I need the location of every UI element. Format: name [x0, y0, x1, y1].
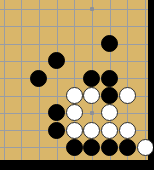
black-stone[interactable]: ●	[48, 52, 65, 69]
intersection[interactable]: ○	[101, 104, 119, 121]
intersection[interactable]	[118, 35, 136, 52]
intersection[interactable]: ○	[83, 121, 101, 138]
intersection[interactable]	[136, 87, 153, 104]
intersection[interactable]	[83, 104, 101, 121]
intersection[interactable]	[101, 18, 119, 35]
intersection[interactable]	[0, 18, 12, 35]
intersection[interactable]	[0, 121, 12, 138]
intersection[interactable]	[101, 0, 119, 17]
intersection[interactable]: ○	[136, 139, 153, 156]
intersection[interactable]	[136, 70, 153, 87]
intersection[interactable]	[136, 52, 153, 69]
intersection[interactable]	[65, 70, 83, 87]
black-stone[interactable]: ●	[101, 35, 118, 52]
white-stone[interactable]: ○	[83, 87, 100, 104]
screenshot-root: ●●●●●○○●○●○○●○○○○●●●●○	[0, 0, 153, 170]
intersection[interactable]	[0, 87, 12, 104]
intersection[interactable]	[48, 70, 66, 87]
intersection[interactable]	[118, 70, 136, 87]
intersection[interactable]	[118, 104, 136, 121]
intersection[interactable]	[0, 139, 12, 156]
black-stone[interactable]: ●	[101, 139, 118, 156]
intersection[interactable]	[12, 139, 30, 156]
black-stone[interactable]: ●	[119, 139, 136, 156]
white-stone[interactable]: ○	[66, 104, 83, 121]
intersection[interactable]	[65, 0, 83, 17]
intersection[interactable]	[0, 0, 12, 17]
intersection[interactable]: ○	[65, 87, 83, 104]
intersection[interactable]	[30, 139, 48, 156]
stones-grid: ●●●●●○○●○●○○●○○○○●●●●○	[0, 0, 153, 156]
intersection[interactable]: ○	[65, 104, 83, 121]
white-stone[interactable]: ○	[119, 87, 136, 104]
intersection[interactable]	[118, 0, 136, 17]
intersection[interactable]	[65, 52, 83, 69]
intersection[interactable]: ○	[83, 87, 101, 104]
intersection[interactable]: ●	[118, 139, 136, 156]
black-stone[interactable]: ●	[48, 104, 65, 121]
intersection[interactable]: ●	[101, 139, 119, 156]
black-stone[interactable]: ●	[101, 87, 118, 104]
intersection[interactable]	[136, 121, 153, 138]
black-stone[interactable]: ●	[66, 139, 83, 156]
intersection[interactable]	[101, 52, 119, 69]
intersection[interactable]	[12, 70, 30, 87]
intersection[interactable]	[30, 35, 48, 52]
intersection[interactable]	[0, 70, 12, 87]
intersection[interactable]	[12, 52, 30, 69]
black-stone[interactable]: ●	[101, 70, 118, 87]
intersection[interactable]: ○	[65, 121, 83, 138]
intersection[interactable]	[30, 104, 48, 121]
intersection[interactable]	[12, 87, 30, 104]
intersection[interactable]	[65, 18, 83, 35]
intersection[interactable]	[48, 139, 66, 156]
intersection[interactable]	[30, 0, 48, 17]
intersection[interactable]	[0, 104, 12, 121]
intersection[interactable]	[83, 0, 101, 17]
intersection[interactable]	[30, 52, 48, 69]
intersection[interactable]: ●	[101, 87, 119, 104]
intersection[interactable]: ○	[101, 121, 119, 138]
black-stone[interactable]: ●	[30, 70, 47, 87]
intersection[interactable]: ○	[118, 87, 136, 104]
intersection[interactable]: ●	[48, 52, 66, 69]
intersection[interactable]	[83, 18, 101, 35]
intersection[interactable]	[12, 35, 30, 52]
black-stone[interactable]: ●	[83, 139, 100, 156]
intersection[interactable]	[118, 18, 136, 35]
intersection[interactable]: ●	[101, 70, 119, 87]
white-stone[interactable]: ○	[101, 122, 118, 139]
intersection[interactable]	[12, 104, 30, 121]
intersection[interactable]	[48, 35, 66, 52]
intersection[interactable]: ●	[101, 35, 119, 52]
white-stone[interactable]: ○	[119, 122, 136, 139]
black-stone[interactable]: ●	[48, 122, 65, 139]
white-stone[interactable]: ○	[101, 104, 118, 121]
white-stone[interactable]: ○	[66, 122, 83, 139]
intersection[interactable]	[48, 18, 66, 35]
intersection[interactable]	[118, 52, 136, 69]
intersection[interactable]	[30, 18, 48, 35]
intersection[interactable]	[12, 121, 30, 138]
intersection[interactable]	[83, 35, 101, 52]
intersection[interactable]: ●	[30, 70, 48, 87]
intersection[interactable]	[0, 35, 12, 52]
intersection[interactable]	[65, 35, 83, 52]
intersection[interactable]: ●	[48, 121, 66, 138]
intersection[interactable]	[12, 18, 30, 35]
intersection[interactable]: ●	[48, 104, 66, 121]
intersection[interactable]	[48, 0, 66, 17]
intersection[interactable]	[136, 104, 153, 121]
intersection[interactable]	[136, 35, 153, 52]
intersection[interactable]	[83, 52, 101, 69]
intersection[interactable]: ●	[83, 70, 101, 87]
intersection[interactable]	[48, 87, 66, 104]
intersection[interactable]	[12, 0, 30, 17]
intersection[interactable]	[136, 18, 153, 35]
white-stone[interactable]: ○	[66, 87, 83, 104]
intersection[interactable]	[30, 121, 48, 138]
black-stone[interactable]: ●	[83, 70, 100, 87]
intersection[interactable]: ●	[65, 139, 83, 156]
white-stone[interactable]: ○	[83, 122, 100, 139]
go-board[interactable]: ●●●●●○○●○●○○●○○○○●●●●○	[0, 0, 153, 170]
white-stone[interactable]: ○	[137, 139, 154, 156]
intersection[interactable]	[30, 87, 48, 104]
intersection[interactable]: ●	[83, 139, 101, 156]
intersection[interactable]	[0, 52, 12, 69]
intersection[interactable]	[136, 0, 153, 17]
intersection[interactable]: ○	[118, 121, 136, 138]
